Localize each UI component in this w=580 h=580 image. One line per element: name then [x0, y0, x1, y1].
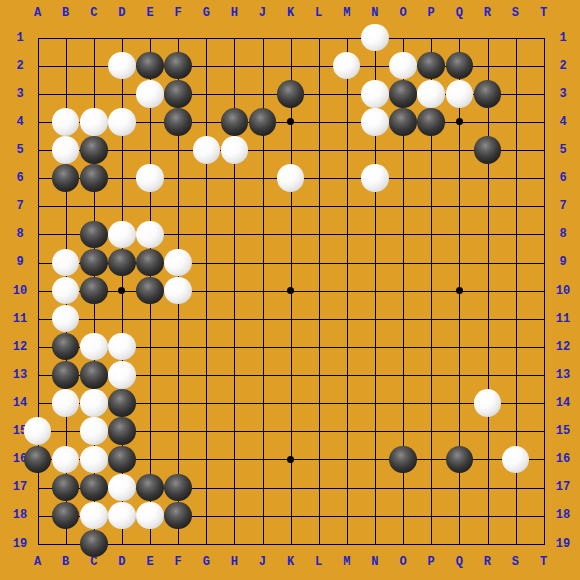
- intersection[interactable]: [445, 164, 473, 192]
- intersection[interactable]: [164, 501, 192, 529]
- intersection[interactable]: [417, 501, 445, 529]
- intersection[interactable]: [361, 277, 389, 305]
- intersection[interactable]: [473, 24, 501, 52]
- intersection[interactable]: [80, 24, 108, 52]
- intersection[interactable]: [80, 248, 108, 276]
- intersection[interactable]: [108, 192, 136, 220]
- intersection[interactable]: [530, 333, 558, 361]
- intersection[interactable]: [333, 305, 361, 333]
- intersection[interactable]: [164, 417, 192, 445]
- intersection[interactable]: [530, 136, 558, 164]
- intersection[interactable]: [361, 24, 389, 52]
- intersection[interactable]: [305, 277, 333, 305]
- intersection[interactable]: [305, 305, 333, 333]
- intersection[interactable]: [136, 445, 164, 473]
- intersection[interactable]: [52, 136, 80, 164]
- intersection[interactable]: [305, 108, 333, 136]
- intersection[interactable]: [530, 108, 558, 136]
- intersection[interactable]: [417, 164, 445, 192]
- intersection[interactable]: [277, 501, 305, 529]
- intersection[interactable]: [24, 445, 52, 473]
- intersection[interactable]: [277, 333, 305, 361]
- intersection[interactable]: [164, 164, 192, 192]
- intersection[interactable]: [389, 305, 417, 333]
- intersection[interactable]: [501, 417, 529, 445]
- intersection[interactable]: [164, 108, 192, 136]
- intersection[interactable]: [248, 164, 276, 192]
- intersection[interactable]: [277, 530, 305, 558]
- intersection[interactable]: [108, 136, 136, 164]
- intersection[interactable]: [220, 52, 248, 80]
- intersection[interactable]: [417, 417, 445, 445]
- intersection[interactable]: [361, 192, 389, 220]
- intersection[interactable]: [333, 277, 361, 305]
- intersection[interactable]: [530, 220, 558, 248]
- intersection[interactable]: [445, 445, 473, 473]
- intersection[interactable]: [80, 164, 108, 192]
- intersection[interactable]: [164, 80, 192, 108]
- intersection[interactable]: [333, 136, 361, 164]
- intersection[interactable]: [333, 417, 361, 445]
- intersection[interactable]: [473, 52, 501, 80]
- intersection[interactable]: [361, 417, 389, 445]
- intersection[interactable]: [136, 164, 164, 192]
- intersection[interactable]: [248, 52, 276, 80]
- intersection[interactable]: [445, 473, 473, 501]
- intersection[interactable]: [501, 24, 529, 52]
- intersection[interactable]: [80, 417, 108, 445]
- intersection[interactable]: [52, 530, 80, 558]
- intersection[interactable]: [220, 389, 248, 417]
- intersection[interactable]: [24, 417, 52, 445]
- intersection[interactable]: [333, 164, 361, 192]
- intersection[interactable]: [108, 501, 136, 529]
- intersection[interactable]: [501, 501, 529, 529]
- intersection[interactable]: [501, 389, 529, 417]
- intersection[interactable]: [192, 305, 220, 333]
- intersection[interactable]: [473, 333, 501, 361]
- intersection[interactable]: [24, 333, 52, 361]
- intersection[interactable]: [277, 248, 305, 276]
- intersection[interactable]: [277, 473, 305, 501]
- intersection[interactable]: [501, 164, 529, 192]
- intersection[interactable]: [108, 473, 136, 501]
- intersection[interactable]: [24, 80, 52, 108]
- intersection[interactable]: [305, 136, 333, 164]
- intersection[interactable]: [80, 192, 108, 220]
- intersection[interactable]: [24, 192, 52, 220]
- intersection[interactable]: [277, 108, 305, 136]
- intersection[interactable]: [220, 108, 248, 136]
- intersection[interactable]: [24, 248, 52, 276]
- intersection[interactable]: [445, 108, 473, 136]
- intersection[interactable]: [52, 220, 80, 248]
- intersection[interactable]: [530, 277, 558, 305]
- intersection[interactable]: [220, 333, 248, 361]
- intersection[interactable]: [192, 417, 220, 445]
- intersection[interactable]: [220, 361, 248, 389]
- intersection[interactable]: [277, 136, 305, 164]
- intersection[interactable]: [220, 473, 248, 501]
- intersection[interactable]: [389, 80, 417, 108]
- intersection[interactable]: [530, 445, 558, 473]
- intersection[interactable]: [136, 530, 164, 558]
- intersection[interactable]: [305, 164, 333, 192]
- intersection[interactable]: [361, 361, 389, 389]
- intersection[interactable]: [473, 164, 501, 192]
- intersection[interactable]: [108, 277, 136, 305]
- intersection[interactable]: [361, 220, 389, 248]
- intersection[interactable]: [361, 108, 389, 136]
- intersection[interactable]: [277, 417, 305, 445]
- intersection[interactable]: [192, 445, 220, 473]
- intersection[interactable]: [248, 24, 276, 52]
- intersection[interactable]: [473, 445, 501, 473]
- intersection[interactable]: [333, 80, 361, 108]
- intersection[interactable]: [192, 361, 220, 389]
- intersection[interactable]: [248, 80, 276, 108]
- intersection[interactable]: [80, 530, 108, 558]
- intersection[interactable]: [164, 136, 192, 164]
- intersection[interactable]: [164, 389, 192, 417]
- intersection[interactable]: [192, 192, 220, 220]
- intersection[interactable]: [80, 473, 108, 501]
- intersection[interactable]: [52, 164, 80, 192]
- intersection[interactable]: [445, 501, 473, 529]
- intersection[interactable]: [445, 80, 473, 108]
- intersection[interactable]: [417, 52, 445, 80]
- intersection[interactable]: [389, 24, 417, 52]
- intersection[interactable]: [136, 361, 164, 389]
- intersection[interactable]: [52, 52, 80, 80]
- intersection[interactable]: [108, 248, 136, 276]
- intersection[interactable]: [80, 52, 108, 80]
- intersection[interactable]: [333, 333, 361, 361]
- intersection[interactable]: [192, 473, 220, 501]
- intersection[interactable]: [530, 389, 558, 417]
- intersection[interactable]: [389, 473, 417, 501]
- intersection[interactable]: [164, 277, 192, 305]
- intersection[interactable]: [192, 530, 220, 558]
- intersection[interactable]: [530, 80, 558, 108]
- intersection[interactable]: [417, 277, 445, 305]
- intersection[interactable]: [530, 417, 558, 445]
- intersection[interactable]: [445, 192, 473, 220]
- intersection[interactable]: [473, 192, 501, 220]
- intersection[interactable]: [80, 277, 108, 305]
- intersection[interactable]: [473, 80, 501, 108]
- intersection[interactable]: [361, 473, 389, 501]
- intersection[interactable]: [530, 501, 558, 529]
- intersection[interactable]: [473, 108, 501, 136]
- intersection[interactable]: [277, 445, 305, 473]
- intersection[interactable]: [277, 389, 305, 417]
- intersection[interactable]: [417, 24, 445, 52]
- intersection[interactable]: [277, 361, 305, 389]
- intersection[interactable]: [80, 136, 108, 164]
- intersection[interactable]: [501, 220, 529, 248]
- intersection[interactable]: [473, 248, 501, 276]
- intersection[interactable]: [248, 220, 276, 248]
- intersection[interactable]: [277, 220, 305, 248]
- intersection[interactable]: [24, 164, 52, 192]
- intersection[interactable]: [305, 333, 333, 361]
- intersection[interactable]: [501, 277, 529, 305]
- intersection[interactable]: [333, 24, 361, 52]
- intersection[interactable]: [445, 220, 473, 248]
- intersection[interactable]: [80, 333, 108, 361]
- intersection[interactable]: [108, 530, 136, 558]
- intersection[interactable]: [108, 361, 136, 389]
- intersection[interactable]: [417, 333, 445, 361]
- intersection[interactable]: [52, 389, 80, 417]
- intersection[interactable]: [530, 248, 558, 276]
- intersection[interactable]: [305, 501, 333, 529]
- intersection[interactable]: [164, 24, 192, 52]
- intersection[interactable]: [501, 52, 529, 80]
- intersection[interactable]: [445, 305, 473, 333]
- intersection[interactable]: [445, 417, 473, 445]
- intersection[interactable]: [361, 501, 389, 529]
- intersection[interactable]: [445, 136, 473, 164]
- intersection[interactable]: [220, 164, 248, 192]
- intersection[interactable]: [417, 305, 445, 333]
- intersection[interactable]: [192, 277, 220, 305]
- intersection[interactable]: [333, 530, 361, 558]
- intersection[interactable]: [248, 361, 276, 389]
- intersection[interactable]: [277, 192, 305, 220]
- intersection[interactable]: [333, 52, 361, 80]
- intersection[interactable]: [108, 52, 136, 80]
- intersection[interactable]: [108, 305, 136, 333]
- intersection[interactable]: [277, 24, 305, 52]
- intersection[interactable]: [361, 530, 389, 558]
- intersection[interactable]: [389, 192, 417, 220]
- intersection[interactable]: [305, 361, 333, 389]
- intersection[interactable]: [417, 108, 445, 136]
- intersection[interactable]: [305, 473, 333, 501]
- intersection[interactable]: [108, 80, 136, 108]
- intersection[interactable]: [530, 52, 558, 80]
- intersection[interactable]: [24, 473, 52, 501]
- intersection[interactable]: [24, 277, 52, 305]
- intersection[interactable]: [24, 52, 52, 80]
- intersection[interactable]: [473, 389, 501, 417]
- intersection[interactable]: [248, 389, 276, 417]
- intersection[interactable]: [305, 445, 333, 473]
- intersection[interactable]: [248, 333, 276, 361]
- intersection[interactable]: [277, 305, 305, 333]
- intersection[interactable]: [417, 530, 445, 558]
- intersection[interactable]: [220, 305, 248, 333]
- intersection[interactable]: [389, 333, 417, 361]
- intersection[interactable]: [389, 417, 417, 445]
- intersection[interactable]: [220, 277, 248, 305]
- intersection[interactable]: [361, 389, 389, 417]
- intersection[interactable]: [417, 389, 445, 417]
- intersection[interactable]: [248, 192, 276, 220]
- intersection[interactable]: [305, 417, 333, 445]
- intersection[interactable]: [473, 277, 501, 305]
- intersection[interactable]: [473, 136, 501, 164]
- intersection[interactable]: [361, 136, 389, 164]
- intersection[interactable]: [108, 108, 136, 136]
- intersection[interactable]: [136, 417, 164, 445]
- intersection[interactable]: [108, 24, 136, 52]
- intersection[interactable]: [192, 248, 220, 276]
- intersection[interactable]: [220, 220, 248, 248]
- intersection[interactable]: [52, 305, 80, 333]
- intersection[interactable]: [389, 530, 417, 558]
- intersection[interactable]: [445, 333, 473, 361]
- intersection[interactable]: [501, 108, 529, 136]
- intersection[interactable]: [361, 164, 389, 192]
- intersection[interactable]: [136, 248, 164, 276]
- intersection[interactable]: [501, 248, 529, 276]
- intersection[interactable]: [389, 389, 417, 417]
- intersection[interactable]: [361, 80, 389, 108]
- intersection[interactable]: [164, 530, 192, 558]
- intersection[interactable]: [305, 530, 333, 558]
- intersection[interactable]: [305, 24, 333, 52]
- intersection[interactable]: [305, 248, 333, 276]
- intersection[interactable]: [389, 108, 417, 136]
- intersection[interactable]: [192, 52, 220, 80]
- intersection[interactable]: [24, 220, 52, 248]
- intersection[interactable]: [445, 277, 473, 305]
- intersection[interactable]: [80, 361, 108, 389]
- intersection[interactable]: [248, 445, 276, 473]
- intersection[interactable]: [417, 473, 445, 501]
- intersection[interactable]: [248, 417, 276, 445]
- intersection[interactable]: [108, 417, 136, 445]
- intersection[interactable]: [361, 333, 389, 361]
- intersection[interactable]: [361, 248, 389, 276]
- intersection[interactable]: [136, 80, 164, 108]
- intersection[interactable]: [389, 277, 417, 305]
- intersection[interactable]: [108, 220, 136, 248]
- intersection[interactable]: [473, 305, 501, 333]
- intersection[interactable]: [52, 445, 80, 473]
- intersection[interactable]: [333, 248, 361, 276]
- intersection[interactable]: [417, 361, 445, 389]
- intersection[interactable]: [361, 445, 389, 473]
- intersection[interactable]: [530, 305, 558, 333]
- intersection[interactable]: [248, 501, 276, 529]
- intersection[interactable]: [248, 305, 276, 333]
- intersection[interactable]: [136, 24, 164, 52]
- intersection[interactable]: [333, 389, 361, 417]
- intersection[interactable]: [220, 501, 248, 529]
- intersection[interactable]: [220, 80, 248, 108]
- intersection[interactable]: [530, 361, 558, 389]
- intersection[interactable]: [192, 220, 220, 248]
- intersection[interactable]: [305, 52, 333, 80]
- intersection[interactable]: [530, 164, 558, 192]
- intersection[interactable]: [80, 305, 108, 333]
- intersection[interactable]: [248, 530, 276, 558]
- intersection[interactable]: [80, 501, 108, 529]
- intersection[interactable]: [192, 164, 220, 192]
- intersection[interactable]: [136, 220, 164, 248]
- intersection[interactable]: [136, 473, 164, 501]
- intersection[interactable]: [501, 530, 529, 558]
- intersection[interactable]: [333, 192, 361, 220]
- intersection[interactable]: [52, 361, 80, 389]
- intersection[interactable]: [164, 333, 192, 361]
- intersection[interactable]: [530, 473, 558, 501]
- intersection[interactable]: [80, 80, 108, 108]
- intersection[interactable]: [192, 80, 220, 108]
- intersection[interactable]: [277, 164, 305, 192]
- intersection[interactable]: [501, 333, 529, 361]
- intersection[interactable]: [417, 248, 445, 276]
- intersection[interactable]: [248, 248, 276, 276]
- intersection[interactable]: [52, 333, 80, 361]
- intersection[interactable]: [192, 501, 220, 529]
- intersection[interactable]: [192, 136, 220, 164]
- intersection[interactable]: [192, 24, 220, 52]
- intersection[interactable]: [52, 248, 80, 276]
- intersection[interactable]: [389, 501, 417, 529]
- intersection[interactable]: [52, 108, 80, 136]
- intersection[interactable]: [80, 108, 108, 136]
- intersection[interactable]: [361, 52, 389, 80]
- intersection[interactable]: [501, 305, 529, 333]
- intersection[interactable]: [220, 136, 248, 164]
- intersection[interactable]: [389, 136, 417, 164]
- intersection[interactable]: [164, 220, 192, 248]
- intersection[interactable]: [445, 361, 473, 389]
- intersection[interactable]: [473, 417, 501, 445]
- intersection[interactable]: [24, 108, 52, 136]
- intersection[interactable]: [52, 192, 80, 220]
- intersection[interactable]: [164, 52, 192, 80]
- intersection[interactable]: [80, 220, 108, 248]
- intersection[interactable]: [136, 305, 164, 333]
- intersection[interactable]: [277, 277, 305, 305]
- intersection[interactable]: [333, 501, 361, 529]
- intersection[interactable]: [24, 305, 52, 333]
- intersection[interactable]: [136, 136, 164, 164]
- intersection[interactable]: [108, 445, 136, 473]
- intersection[interactable]: [164, 192, 192, 220]
- intersection[interactable]: [164, 248, 192, 276]
- intersection[interactable]: [501, 136, 529, 164]
- intersection[interactable]: [417, 220, 445, 248]
- intersection[interactable]: [52, 24, 80, 52]
- intersection[interactable]: [24, 501, 52, 529]
- intersection[interactable]: [501, 361, 529, 389]
- intersection[interactable]: [220, 530, 248, 558]
- intersection[interactable]: [417, 136, 445, 164]
- intersection[interactable]: [305, 80, 333, 108]
- intersection[interactable]: [220, 192, 248, 220]
- intersection[interactable]: [136, 108, 164, 136]
- intersection[interactable]: [136, 501, 164, 529]
- intersection[interactable]: [108, 333, 136, 361]
- intersection[interactable]: [445, 389, 473, 417]
- intersection[interactable]: [445, 52, 473, 80]
- intersection[interactable]: [445, 24, 473, 52]
- intersection[interactable]: [220, 445, 248, 473]
- intersection[interactable]: [164, 473, 192, 501]
- intersection[interactable]: [108, 164, 136, 192]
- intersection[interactable]: [333, 473, 361, 501]
- intersection[interactable]: [248, 277, 276, 305]
- intersection[interactable]: [24, 530, 52, 558]
- intersection[interactable]: [220, 248, 248, 276]
